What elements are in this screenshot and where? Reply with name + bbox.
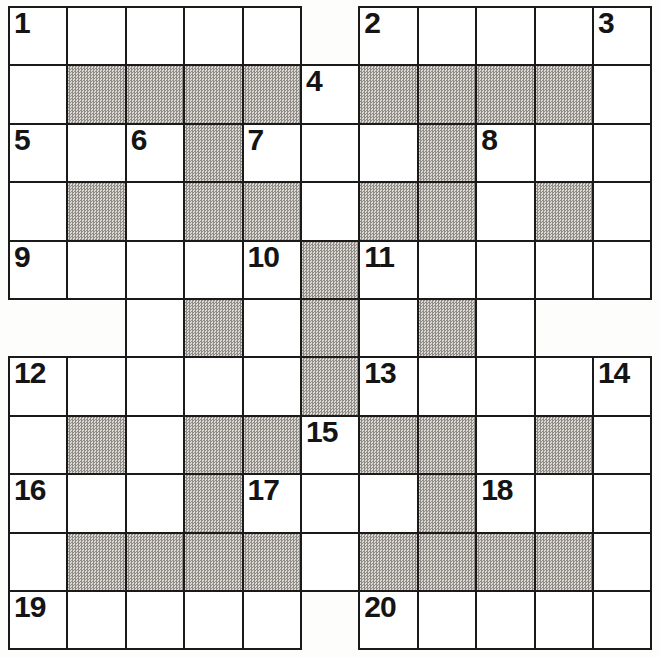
- grid-cell[interactable]: [243, 299, 301, 357]
- clue-number: 15: [306, 418, 337, 447]
- grid-cell[interactable]: [243, 357, 301, 415]
- grid-cell[interactable]: [126, 357, 184, 415]
- grid-cell[interactable]: [359, 124, 417, 182]
- shaded-cell: [126, 533, 184, 591]
- grid-cell[interactable]: [535, 7, 593, 65]
- grid-cell[interactable]: [476, 182, 534, 240]
- clue-number: 13: [364, 359, 395, 388]
- clue-number: 19: [14, 593, 45, 622]
- shaded-cell: [184, 474, 242, 532]
- shaded-cell: [535, 65, 593, 123]
- grid-cell[interactable]: [535, 357, 593, 415]
- shaded-cell: [184, 182, 242, 240]
- shaded-cell: [184, 124, 242, 182]
- shaded-cell: [67, 65, 125, 123]
- grid-cell[interactable]: [126, 241, 184, 299]
- grid-cell[interactable]: [593, 241, 651, 299]
- shaded-cell: [67, 416, 125, 474]
- shaded-cell: [67, 533, 125, 591]
- clue-number: 5: [14, 126, 30, 155]
- grid-cell[interactable]: 13: [359, 357, 417, 415]
- grid-cell[interactable]: 16: [9, 474, 67, 532]
- clue-number: 7: [248, 126, 264, 155]
- grid-cell[interactable]: 15: [301, 416, 359, 474]
- grid-cell[interactable]: 7: [243, 124, 301, 182]
- grid-cell[interactable]: [476, 357, 534, 415]
- grid-cell[interactable]: [184, 357, 242, 415]
- grid-cell[interactable]: 19: [9, 591, 67, 649]
- grid-cell[interactable]: 18: [476, 474, 534, 532]
- grid-cell[interactable]: [418, 591, 476, 649]
- grid-cell[interactable]: [359, 299, 417, 357]
- shaded-cell: [359, 533, 417, 591]
- shaded-cell: [418, 416, 476, 474]
- grid-cell[interactable]: [67, 7, 125, 65]
- shaded-cell: [359, 65, 417, 123]
- shaded-cell: [243, 533, 301, 591]
- grid-cell[interactable]: 12: [9, 357, 67, 415]
- shaded-cell: [301, 299, 359, 357]
- shaded-cell: [184, 299, 242, 357]
- grid-cell[interactable]: [359, 474, 417, 532]
- shaded-cell: [243, 182, 301, 240]
- grid-cell[interactable]: [301, 124, 359, 182]
- shaded-cell: [184, 65, 242, 123]
- grid-cell[interactable]: [593, 124, 651, 182]
- clue-number: 6: [131, 126, 147, 155]
- grid-cell[interactable]: [184, 7, 242, 65]
- grid-cell[interactable]: [593, 533, 651, 591]
- clue-number: 4: [306, 67, 322, 96]
- clue-number: 3: [598, 9, 614, 38]
- grid-cell[interactable]: [593, 65, 651, 123]
- shaded-cell: [243, 65, 301, 123]
- grid-cell[interactable]: [9, 65, 67, 123]
- outside-grid: [593, 299, 651, 357]
- shaded-cell: [301, 357, 359, 415]
- outside-grid: [301, 7, 359, 65]
- grid-cell[interactable]: [301, 474, 359, 532]
- shaded-cell: [184, 533, 242, 591]
- clue-number: 20: [364, 593, 395, 622]
- shaded-cell: [535, 533, 593, 591]
- grid-cell[interactable]: [476, 591, 534, 649]
- grid-cell[interactable]: 20: [359, 591, 417, 649]
- clue-number: 11: [364, 243, 394, 272]
- grid-cell[interactable]: [476, 7, 534, 65]
- clue-number: 14: [598, 359, 629, 388]
- grid-cell[interactable]: [243, 7, 301, 65]
- outside-grid: [9, 299, 67, 357]
- grid-cell[interactable]: [126, 299, 184, 357]
- grid-cell[interactable]: [476, 416, 534, 474]
- grid-cell[interactable]: 10: [243, 241, 301, 299]
- clue-number: 18: [481, 476, 512, 505]
- grid-cell[interactable]: [243, 591, 301, 649]
- grid-cell[interactable]: 11: [359, 241, 417, 299]
- crossword-board: 1234567891011121314151617181920: [9, 7, 651, 649]
- grid-cell[interactable]: [593, 474, 651, 532]
- grid-cell[interactable]: [535, 124, 593, 182]
- grid-cell[interactable]: [126, 416, 184, 474]
- clue-number: 10: [248, 243, 279, 272]
- grid-cell[interactable]: [535, 241, 593, 299]
- shaded-cell: [184, 416, 242, 474]
- clue-number: 12: [14, 359, 45, 388]
- shaded-cell: [418, 533, 476, 591]
- shaded-cell: [418, 299, 476, 357]
- grid-cell[interactable]: [67, 124, 125, 182]
- grid-cell[interactable]: [301, 533, 359, 591]
- shaded-cell: [359, 416, 417, 474]
- grid-cell[interactable]: 3: [593, 7, 651, 65]
- grid-cell[interactable]: [126, 474, 184, 532]
- shaded-cell: [418, 474, 476, 532]
- shaded-cell: [67, 182, 125, 240]
- grid-cell[interactable]: [9, 416, 67, 474]
- grid-cell[interactable]: 9: [9, 241, 67, 299]
- grid-cell[interactable]: [184, 241, 242, 299]
- grid-cell[interactable]: [535, 591, 593, 649]
- grid-cell[interactable]: [9, 533, 67, 591]
- grid-cell[interactable]: [126, 182, 184, 240]
- grid-cell[interactable]: 6: [126, 124, 184, 182]
- grid-cell[interactable]: [418, 241, 476, 299]
- grid-cell[interactable]: [9, 182, 67, 240]
- grid-cell[interactable]: [301, 182, 359, 240]
- outside-grid: [535, 299, 593, 357]
- grid-cell[interactable]: 2: [359, 7, 417, 65]
- grid-cell[interactable]: [593, 182, 651, 240]
- grid-cell[interactable]: [535, 474, 593, 532]
- grid-cell[interactable]: [67, 591, 125, 649]
- grid-cell[interactable]: [126, 7, 184, 65]
- shaded-cell: [301, 241, 359, 299]
- grid-cell[interactable]: [67, 474, 125, 532]
- grid-cell[interactable]: [67, 241, 125, 299]
- clue-number: 17: [248, 476, 279, 505]
- grid-cell[interactable]: 4: [301, 65, 359, 123]
- shaded-cell: [476, 533, 534, 591]
- shaded-cell: [126, 65, 184, 123]
- outside-grid: [301, 591, 359, 649]
- grid-cell[interactable]: [418, 7, 476, 65]
- shaded-cell: [359, 182, 417, 240]
- grid-cell[interactable]: [418, 357, 476, 415]
- grid-cell[interactable]: 17: [243, 474, 301, 532]
- grid-cell[interactable]: 8: [476, 124, 534, 182]
- shaded-cell: [418, 124, 476, 182]
- clue-number: 2: [364, 9, 380, 38]
- grid-cell[interactable]: [67, 357, 125, 415]
- shaded-cell: [418, 182, 476, 240]
- shaded-cell: [476, 65, 534, 123]
- grid-cell[interactable]: 5: [9, 124, 67, 182]
- clue-number: 1: [14, 9, 30, 38]
- grid-cell[interactable]: 14: [593, 357, 651, 415]
- shaded-cell: [535, 416, 593, 474]
- shaded-cell: [535, 182, 593, 240]
- grid-cell[interactable]: [593, 416, 651, 474]
- clue-number: 9: [14, 243, 30, 272]
- clue-number: 16: [14, 476, 45, 505]
- grid-cell[interactable]: [184, 591, 242, 649]
- grid-cell[interactable]: [126, 591, 184, 649]
- grid-cell[interactable]: [476, 241, 534, 299]
- grid-cell[interactable]: [476, 299, 534, 357]
- grid-cell[interactable]: 1: [9, 7, 67, 65]
- grid-cell[interactable]: [593, 591, 651, 649]
- shaded-cell: [418, 65, 476, 123]
- clue-number: 8: [481, 126, 497, 155]
- outside-grid: [67, 299, 125, 357]
- shaded-cell: [243, 416, 301, 474]
